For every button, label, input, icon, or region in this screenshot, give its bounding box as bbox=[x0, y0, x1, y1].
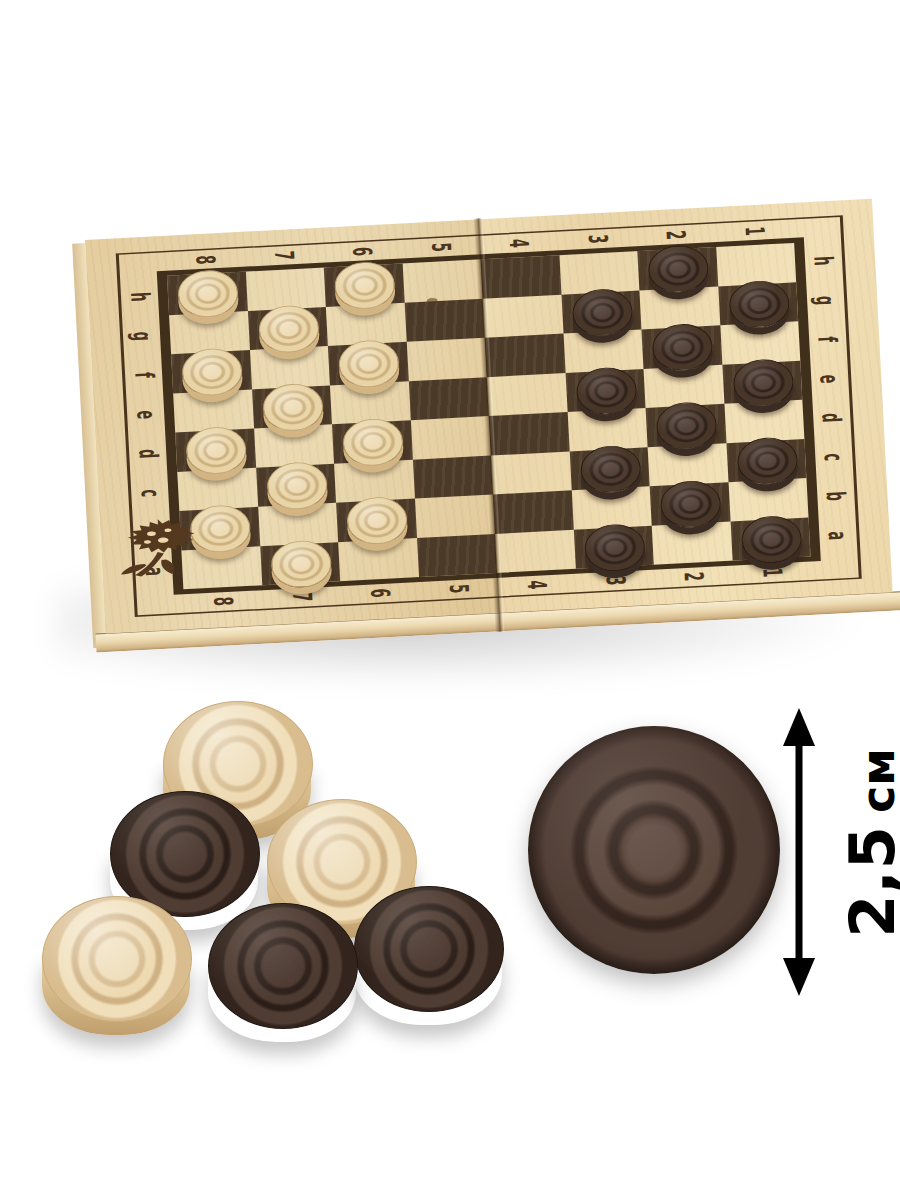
square-e5 bbox=[408, 377, 488, 420]
square-c2 bbox=[648, 443, 728, 486]
loose-piece-top bbox=[208, 903, 358, 1029]
loose-piece-top bbox=[354, 886, 504, 1012]
square-a2 bbox=[652, 521, 732, 564]
square-h5 bbox=[402, 259, 482, 302]
sample-piece-dark bbox=[528, 726, 780, 974]
square-d2 bbox=[646, 404, 726, 447]
square-h2 bbox=[637, 247, 717, 290]
square-g4 bbox=[483, 294, 563, 337]
square-h8 bbox=[167, 272, 247, 315]
square-b7 bbox=[258, 503, 338, 546]
square-d8 bbox=[175, 428, 255, 471]
square-d5 bbox=[410, 416, 490, 459]
square-b3 bbox=[571, 486, 651, 529]
square-a7 bbox=[260, 542, 340, 585]
square-f2 bbox=[641, 325, 721, 368]
square-g2 bbox=[639, 286, 719, 329]
size-value: 2,5 bbox=[836, 825, 900, 938]
square-c3 bbox=[569, 447, 649, 490]
square-f8 bbox=[171, 350, 251, 393]
product-photo: 87654321 87654321 hgfedcba hgfedcba bbox=[0, 0, 900, 1200]
square-e6 bbox=[330, 381, 410, 424]
square-f6 bbox=[328, 342, 408, 385]
square-c8 bbox=[177, 468, 257, 511]
square-e1 bbox=[722, 360, 802, 403]
square-c4 bbox=[491, 451, 571, 494]
square-g1 bbox=[718, 282, 798, 325]
square-g7 bbox=[247, 307, 327, 350]
square-c1 bbox=[726, 439, 806, 482]
square-a3 bbox=[573, 525, 653, 568]
square-d1 bbox=[724, 400, 804, 443]
square-h6 bbox=[324, 263, 404, 306]
square-g5 bbox=[404, 299, 484, 342]
piece-dark-a3 bbox=[583, 523, 645, 573]
piece-dark-a1 bbox=[740, 515, 802, 565]
piece-light-a7 bbox=[270, 539, 332, 589]
square-e7 bbox=[252, 385, 332, 428]
square-h4 bbox=[481, 255, 561, 298]
square-b2 bbox=[650, 482, 730, 525]
square-h7 bbox=[245, 268, 325, 311]
square-f5 bbox=[406, 338, 486, 381]
square-a1 bbox=[730, 517, 810, 560]
size-arrow-icon bbox=[780, 708, 818, 996]
square-b5 bbox=[414, 495, 494, 538]
square-a4 bbox=[495, 530, 575, 573]
board-3d-wrap: 87654321 87654321 hgfedcba hgfedcba bbox=[85, 199, 893, 634]
square-e4 bbox=[487, 373, 567, 416]
square-h3 bbox=[559, 251, 639, 294]
size-label: 2,5см bbox=[836, 748, 900, 938]
square-e2 bbox=[644, 365, 724, 408]
loose-piece-4-light bbox=[42, 896, 190, 1022]
square-g8 bbox=[169, 311, 249, 354]
square-d7 bbox=[254, 424, 334, 467]
square-b1 bbox=[728, 478, 808, 521]
square-d6 bbox=[332, 420, 412, 463]
loose-piece-6-dark bbox=[354, 886, 502, 1012]
square-b6 bbox=[336, 499, 416, 542]
square-e3 bbox=[565, 369, 645, 412]
square-d3 bbox=[567, 408, 647, 451]
square-a5 bbox=[417, 534, 497, 577]
square-d4 bbox=[489, 412, 569, 455]
square-c5 bbox=[412, 455, 492, 498]
square-g3 bbox=[561, 290, 641, 333]
flower-ornament-icon bbox=[118, 515, 201, 585]
square-h1 bbox=[716, 243, 796, 286]
square-c7 bbox=[256, 464, 336, 507]
loose-piece-5-dark bbox=[208, 903, 356, 1029]
square-g6 bbox=[326, 303, 406, 346]
square-f4 bbox=[485, 334, 565, 377]
square-f7 bbox=[249, 346, 329, 389]
size-unit: см bbox=[851, 748, 900, 813]
square-a6 bbox=[338, 538, 418, 581]
square-b4 bbox=[493, 490, 573, 533]
checkers-board: 87654321 87654321 hgfedcba hgfedcba bbox=[85, 199, 893, 634]
square-c6 bbox=[334, 459, 414, 502]
square-e8 bbox=[173, 389, 253, 432]
square-f3 bbox=[563, 330, 643, 373]
square-f1 bbox=[720, 321, 800, 364]
loose-piece-top bbox=[42, 896, 192, 1022]
